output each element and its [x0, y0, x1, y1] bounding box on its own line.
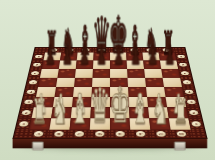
coord-rank-5-left: 5 [29, 80, 38, 84]
piece-black-pawn: ♟ [62, 42, 72, 69]
frame-right: 1 [188, 118, 204, 130]
coord-file-e-bottom: E [116, 131, 125, 136]
coord-rank-7-left: 7 [33, 63, 41, 67]
square-c1: ♝ [70, 118, 91, 130]
piece-white-queen: ♛ [89, 83, 110, 130]
square-a7: ♟ [42, 61, 60, 69]
frame-left: 5 [26, 78, 40, 87]
coord-rank-6-right: 6 [181, 71, 190, 75]
piece-black-pawn: ♟ [113, 42, 123, 69]
piece-white-rook: ♜ [173, 96, 188, 130]
latch-right-icon [174, 141, 185, 150]
coord-rank-1-right: 1 [191, 121, 201, 126]
square-a5 [38, 78, 57, 87]
chess-board: ABCDEFGH8♜♞♝♛♚♝♞♜87♟♟♟♟♟♟♟♟7665544332♟♟♟… [12, 47, 207, 139]
piece-black-pawn: ♟ [45, 42, 55, 69]
coord-rank-1-left: 1 [19, 121, 29, 126]
coord-file-c-bottom: C [75, 131, 84, 136]
coord-rank-2-right: 2 [189, 110, 199, 115]
photo-background: ABCDEFGH8♜♞♝♛♚♝♞♜87♟♟♟♟♟♟♟♟7665544332♟♟♟… [0, 0, 215, 160]
frame-bottom: B [48, 130, 69, 138]
coord-file-b-bottom: B [54, 131, 64, 136]
coord-file-f-bottom: F [136, 131, 145, 136]
square-h5 [163, 78, 182, 87]
frame-right: 8 [175, 53, 188, 61]
square-d1: ♛ [90, 118, 110, 130]
coord-rank-2-left: 2 [21, 110, 31, 115]
coord-file-d-bottom: D [95, 131, 104, 136]
square-c6 [75, 69, 93, 78]
square-g7: ♟ [143, 61, 161, 69]
piece-white-king: ♚ [109, 81, 131, 130]
piece-white-rook: ♜ [32, 96, 47, 130]
piece-white-knight: ♞ [153, 94, 169, 130]
piece-black-pawn: ♟ [165, 42, 175, 69]
frame-bottom: H [171, 130, 193, 138]
square-g1: ♞ [149, 118, 170, 130]
coord-rank-6-left: 6 [31, 71, 40, 75]
piece-black-pawn: ♟ [96, 42, 106, 69]
square-f7: ♟ [127, 61, 144, 69]
board-front-side [13, 138, 208, 148]
square-c7: ♟ [76, 61, 93, 69]
frame-right: 7 [177, 61, 190, 69]
coord-file-h-bottom: H [176, 131, 186, 136]
coord-rank-7-right: 7 [179, 63, 187, 67]
coord-rank-5-right: 5 [183, 80, 192, 84]
piece-white-bishop: ♝ [71, 89, 89, 130]
square-g6 [144, 69, 162, 78]
square-a1: ♜ [29, 118, 51, 130]
frame-bottom: G [150, 130, 171, 138]
square-e1: ♚ [110, 118, 130, 130]
square-b1: ♞ [49, 118, 70, 130]
frame-bottom: D [89, 130, 110, 138]
frame-bottom: C [69, 130, 90, 138]
coord-file-a-bottom: A [34, 131, 44, 136]
square-h1: ♜ [169, 118, 191, 130]
square-d7: ♟ [93, 61, 110, 69]
square-b6 [57, 69, 75, 78]
frame-right: 6 [178, 69, 191, 78]
piece-black-pawn: ♟ [147, 42, 157, 69]
frame-right: 5 [180, 78, 194, 87]
square-e7: ♟ [110, 61, 127, 69]
frame-bottom: F [130, 130, 151, 138]
frame-right: 2 [186, 107, 201, 118]
coord-rank-8-right: 8 [177, 55, 185, 59]
square-d6 [92, 69, 110, 78]
coord-rank-8-left: 8 [35, 55, 43, 59]
square-h6 [161, 69, 180, 78]
square-h7: ♟ [160, 61, 178, 69]
square-a6 [40, 69, 59, 78]
piece-white-knight: ♞ [52, 94, 68, 130]
frame-bottom: A [28, 130, 50, 138]
coord-file-g-bottom: G [156, 131, 166, 136]
latch-left-icon [32, 141, 43, 150]
square-f1: ♝ [130, 118, 151, 130]
piece-black-pawn: ♟ [79, 42, 89, 69]
frame-bottom: E [110, 130, 131, 138]
square-b7: ♟ [59, 61, 77, 69]
piece-black-pawn: ♟ [130, 42, 140, 69]
frame-corner [191, 130, 206, 138]
piece-white-bishop: ♝ [131, 89, 149, 130]
